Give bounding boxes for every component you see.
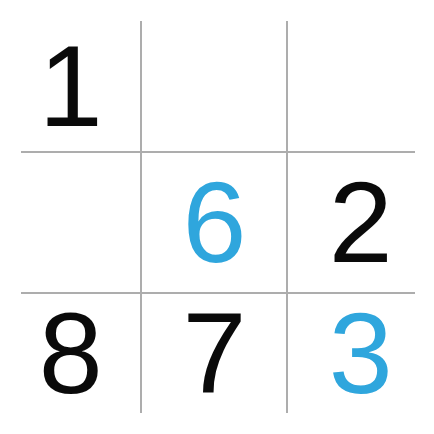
cell-r1c1[interactable]: 1: [0, 21, 142, 152]
cell-r1c3[interactable]: [288, 21, 434, 152]
digit-1: 1: [39, 29, 103, 144]
cell-r3c2[interactable]: 7: [142, 293, 288, 413]
cell-r1c2[interactable]: [142, 21, 288, 152]
cell-r2c1[interactable]: [0, 152, 142, 293]
cell-r2c2[interactable]: 6: [142, 152, 288, 293]
digit-7: 7: [183, 296, 247, 411]
sudoku-board: 162873: [0, 0, 434, 434]
cell-r3c1[interactable]: 8: [0, 293, 142, 413]
digit-2: 2: [329, 165, 393, 280]
cell-r2c3[interactable]: 2: [288, 152, 434, 293]
digit-8: 8: [39, 296, 103, 411]
digit-6: 6: [183, 165, 247, 280]
digit-3: 3: [329, 296, 393, 411]
cell-r3c3[interactable]: 3: [288, 293, 434, 413]
